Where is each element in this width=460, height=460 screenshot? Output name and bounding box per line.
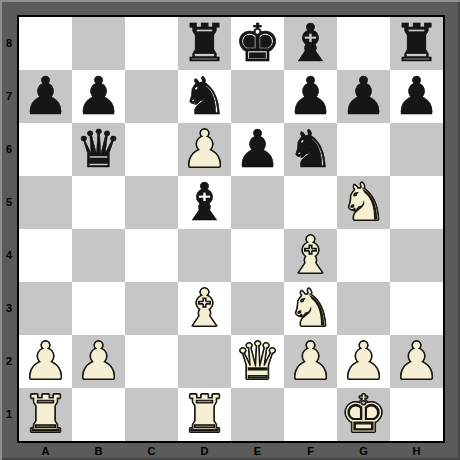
- piece-white-rook-d1: ♜: [181, 388, 228, 440]
- square-d5[interactable]: ♝: [178, 176, 231, 229]
- square-g1[interactable]: ♚: [337, 388, 390, 441]
- square-c6[interactable]: [125, 123, 178, 176]
- square-g7[interactable]: ♟: [337, 70, 390, 123]
- square-b2[interactable]: ♟: [72, 335, 125, 388]
- square-h6[interactable]: [390, 123, 443, 176]
- square-f3[interactable]: ♞: [284, 282, 337, 335]
- square-e4[interactable]: [231, 229, 284, 282]
- piece-black-king-e8: ♚: [234, 17, 281, 69]
- square-g3[interactable]: [337, 282, 390, 335]
- piece-black-bishop-d5: ♝: [181, 176, 228, 228]
- square-d7[interactable]: ♞: [178, 70, 231, 123]
- piece-white-king-g1: ♚: [340, 388, 387, 440]
- square-g6[interactable]: [337, 123, 390, 176]
- square-c1[interactable]: [125, 388, 178, 441]
- square-e1[interactable]: [231, 388, 284, 441]
- square-h2[interactable]: ♟: [390, 335, 443, 388]
- piece-white-knight-f3: ♞: [287, 282, 334, 334]
- chess-board: ♜♚♝♜♟♟♞♟♟♟♛♟♟♞♝♞♝♝♞♟♟♛♟♟♟♜♜♚: [17, 15, 445, 443]
- file-label-e: E: [231, 443, 284, 459]
- square-f2[interactable]: ♟: [284, 335, 337, 388]
- square-d8[interactable]: ♜: [178, 17, 231, 70]
- piece-black-knight-d7: ♞: [181, 70, 228, 122]
- piece-white-pawn-f2: ♟: [287, 335, 334, 387]
- square-a2[interactable]: ♟: [19, 335, 72, 388]
- square-g5[interactable]: ♞: [337, 176, 390, 229]
- piece-black-rook-d8: ♜: [181, 17, 228, 69]
- piece-black-pawn-g7: ♟: [340, 70, 387, 122]
- square-e8[interactable]: ♚: [231, 17, 284, 70]
- piece-white-queen-e2: ♛: [234, 335, 281, 387]
- square-a4[interactable]: [19, 229, 72, 282]
- square-c4[interactable]: [125, 229, 178, 282]
- piece-white-pawn-b2: ♟: [75, 335, 122, 387]
- square-b5[interactable]: [72, 176, 125, 229]
- square-c7[interactable]: [125, 70, 178, 123]
- piece-black-pawn-h7: ♟: [393, 70, 440, 122]
- rank-label-1: 1: [1, 388, 17, 441]
- piece-black-pawn-e6: ♟: [234, 123, 281, 175]
- square-h8[interactable]: ♜: [390, 17, 443, 70]
- square-c3[interactable]: [125, 282, 178, 335]
- file-label-h: H: [390, 443, 443, 459]
- square-c8[interactable]: [125, 17, 178, 70]
- square-h5[interactable]: [390, 176, 443, 229]
- file-label-f: F: [284, 443, 337, 459]
- square-c2[interactable]: [125, 335, 178, 388]
- file-label-b: B: [72, 443, 125, 459]
- square-h7[interactable]: ♟: [390, 70, 443, 123]
- square-e3[interactable]: [231, 282, 284, 335]
- piece-black-pawn-f7: ♟: [287, 70, 334, 122]
- square-f5[interactable]: [284, 176, 337, 229]
- square-g4[interactable]: [337, 229, 390, 282]
- square-a7[interactable]: ♟: [19, 70, 72, 123]
- piece-white-pawn-d6: ♟: [181, 123, 228, 175]
- file-label-c: C: [125, 443, 178, 459]
- piece-white-bishop-d3: ♝: [181, 282, 228, 334]
- square-f1[interactable]: [284, 388, 337, 441]
- piece-white-pawn-h2: ♟: [393, 335, 440, 387]
- square-d1[interactable]: ♜: [178, 388, 231, 441]
- rank-label-8: 8: [1, 17, 17, 70]
- rank-label-7: 7: [1, 70, 17, 123]
- square-d3[interactable]: ♝: [178, 282, 231, 335]
- square-b3[interactable]: [72, 282, 125, 335]
- square-b1[interactable]: [72, 388, 125, 441]
- piece-black-rook-h8: ♜: [393, 17, 440, 69]
- piece-black-knight-f6: ♞: [287, 123, 334, 175]
- square-b6[interactable]: ♛: [72, 123, 125, 176]
- file-label-a: A: [19, 443, 72, 459]
- piece-black-pawn-b7: ♟: [75, 70, 122, 122]
- rank-label-4: 4: [1, 229, 17, 282]
- file-label-d: D: [178, 443, 231, 459]
- rank-label-6: 6: [1, 123, 17, 176]
- square-f6[interactable]: ♞: [284, 123, 337, 176]
- square-a3[interactable]: [19, 282, 72, 335]
- square-d2[interactable]: [178, 335, 231, 388]
- piece-black-bishop-f8: ♝: [287, 17, 334, 69]
- square-a8[interactable]: [19, 17, 72, 70]
- rank-label-2: 2: [1, 335, 17, 388]
- square-h4[interactable]: [390, 229, 443, 282]
- square-b4[interactable]: [72, 229, 125, 282]
- square-f4[interactable]: ♝: [284, 229, 337, 282]
- square-d6[interactable]: ♟: [178, 123, 231, 176]
- piece-black-queen-b6: ♛: [75, 123, 122, 175]
- square-a5[interactable]: [19, 176, 72, 229]
- piece-white-pawn-a2: ♟: [22, 335, 69, 387]
- square-c5[interactable]: [125, 176, 178, 229]
- square-a6[interactable]: [19, 123, 72, 176]
- square-a1[interactable]: ♜: [19, 388, 72, 441]
- square-e5[interactable]: [231, 176, 284, 229]
- piece-black-pawn-a7: ♟: [22, 70, 69, 122]
- square-d4[interactable]: [178, 229, 231, 282]
- square-g8[interactable]: [337, 17, 390, 70]
- square-b7[interactable]: ♟: [72, 70, 125, 123]
- square-b8[interactable]: [72, 17, 125, 70]
- square-h3[interactable]: [390, 282, 443, 335]
- square-e6[interactable]: ♟: [231, 123, 284, 176]
- piece-white-pawn-g2: ♟: [340, 335, 387, 387]
- chess-diagram: ♜♚♝♜♟♟♞♟♟♟♛♟♟♞♝♞♝♝♞♟♟♛♟♟♟♜♜♚ 87654321 AB…: [0, 0, 460, 460]
- piece-white-knight-g5: ♞: [340, 176, 387, 228]
- rank-label-5: 5: [1, 176, 17, 229]
- square-h1[interactable]: [390, 388, 443, 441]
- file-label-g: G: [337, 443, 390, 459]
- rank-label-3: 3: [1, 282, 17, 335]
- piece-white-rook-a1: ♜: [22, 388, 69, 440]
- square-f8[interactable]: ♝: [284, 17, 337, 70]
- square-e7[interactable]: [231, 70, 284, 123]
- square-g2[interactable]: ♟: [337, 335, 390, 388]
- square-f7[interactable]: ♟: [284, 70, 337, 123]
- piece-white-bishop-f4: ♝: [287, 229, 334, 281]
- square-e2[interactable]: ♛: [231, 335, 284, 388]
